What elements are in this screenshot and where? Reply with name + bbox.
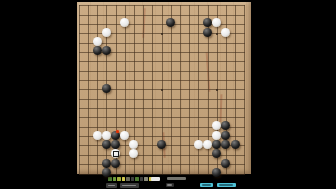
black-stone: [221, 159, 230, 168]
nav-icon-4[interactable]: [122, 177, 126, 181]
grid-line-vertical: [171, 5, 172, 174]
grid-line-horizontal: [79, 108, 246, 109]
white-stone: [194, 140, 203, 149]
square-marker: [113, 151, 119, 157]
nav-icon-9[interactable]: [144, 177, 148, 181]
toolbar-white-button[interactable]: [151, 177, 160, 182]
button-label-smudge: [108, 185, 116, 186]
black-stone: [111, 159, 120, 168]
hoshi-point: [161, 89, 163, 91]
go-board[interactable]: [77, 2, 251, 174]
hoshi-point: [161, 33, 163, 35]
white-stone: [93, 37, 102, 46]
black-stone: [221, 131, 230, 140]
black-stone: [221, 140, 230, 149]
toolbar-button-left-1[interactable]: [106, 183, 117, 188]
grid-line-horizontal: [79, 99, 246, 100]
nav-icon-6[interactable]: [131, 177, 135, 181]
white-stone: [212, 131, 221, 140]
button-label-smudge: [202, 184, 211, 185]
black-stone: [102, 159, 111, 168]
toolbar-button-right-1[interactable]: [200, 183, 214, 188]
black-stone: [231, 140, 240, 149]
grid-line-vertical: [198, 5, 199, 174]
black-stone: [102, 46, 111, 55]
grid-line-horizontal: [79, 117, 246, 118]
black-stone: [212, 140, 221, 149]
grid-line-vertical: [235, 5, 236, 174]
status-text: [167, 177, 186, 180]
button-label-smudge: [219, 184, 233, 185]
white-stone: [212, 18, 221, 27]
white-stone: [129, 149, 138, 158]
black-stone: [93, 46, 102, 55]
nav-icon-7[interactable]: [135, 177, 139, 181]
black-stone: [102, 168, 111, 177]
black-stone: [212, 149, 221, 158]
black-stone: [212, 168, 221, 177]
black-stone: [221, 121, 230, 130]
nav-icon-8[interactable]: [140, 177, 144, 181]
black-stone: [102, 140, 111, 149]
nav-icon-3[interactable]: [117, 177, 121, 181]
white-stone: [102, 131, 111, 140]
nav-icon-2[interactable]: [113, 177, 117, 181]
white-stone: [221, 28, 230, 37]
app-window: [0, 0, 336, 189]
toolbar-button-left-2[interactable]: [120, 183, 139, 188]
black-stone: [102, 84, 111, 93]
white-stone: [93, 131, 102, 140]
nav-icon-5[interactable]: [126, 177, 130, 181]
white-stone: [129, 140, 138, 149]
white-stone: [120, 18, 129, 27]
black-stone: [166, 18, 175, 27]
black-stone: [203, 28, 212, 37]
sgf-nav-strip: [108, 177, 152, 181]
white-stone: [212, 121, 221, 130]
toolbar-button-center[interactable]: [166, 183, 174, 187]
white-stone: [203, 140, 212, 149]
grid-line-vertical: [189, 5, 190, 174]
nav-icon-1[interactable]: [108, 177, 112, 181]
hoshi-point: [216, 89, 218, 91]
black-stone: [157, 140, 166, 149]
black-stone: [203, 18, 212, 27]
grid-line-vertical: [180, 5, 181, 174]
grid-line-vertical: [244, 5, 245, 174]
button-label-smudge: [122, 185, 135, 186]
red-dot-marker: [116, 130, 119, 133]
hoshi-point: [216, 33, 218, 35]
toolbar-button-right-2[interactable]: [217, 183, 237, 188]
white-stone: [120, 131, 129, 140]
button-label-smudge: [167, 184, 172, 185]
white-stone: [102, 28, 111, 37]
black-stone: [111, 140, 120, 149]
